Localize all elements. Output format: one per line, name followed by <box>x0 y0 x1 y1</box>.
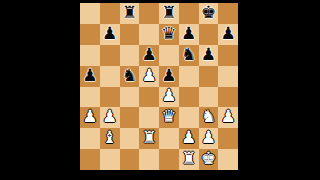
black-pawn-g6: ♟ <box>201 46 216 63</box>
square-f4[interactable] <box>179 87 199 108</box>
square-e7[interactable]: ♛ <box>159 24 179 45</box>
square-c3[interactable] <box>120 107 140 128</box>
square-c2[interactable] <box>120 128 140 149</box>
square-b5[interactable] <box>100 66 120 87</box>
square-a2[interactable] <box>80 128 100 149</box>
white-pawn-e4: ♟ <box>161 87 176 104</box>
square-a1[interactable] <box>80 149 100 170</box>
white-knight-g3: ♞ <box>201 108 216 125</box>
white-rook-f1: ♜ <box>181 150 196 167</box>
black-pawn-f7: ♟ <box>181 25 196 42</box>
square-a7[interactable] <box>80 24 100 45</box>
square-g1[interactable]: ♚ <box>199 149 219 170</box>
black-rook-e8: ♜ <box>161 4 176 21</box>
square-h5[interactable] <box>218 66 238 87</box>
square-f3[interactable] <box>179 107 199 128</box>
square-g4[interactable] <box>199 87 219 108</box>
square-e4[interactable]: ♟ <box>159 87 179 108</box>
black-pawn-b7: ♟ <box>102 25 117 42</box>
white-rook-d2: ♜ <box>142 129 157 146</box>
square-h1[interactable] <box>218 149 238 170</box>
square-g3[interactable]: ♞ <box>199 107 219 128</box>
square-c7[interactable] <box>120 24 140 45</box>
square-d5[interactable]: ♟ <box>139 66 159 87</box>
black-knight-c5: ♞ <box>122 67 137 84</box>
square-f7[interactable]: ♟ <box>179 24 199 45</box>
square-d3[interactable] <box>139 107 159 128</box>
white-pawn-g2: ♟ <box>201 129 216 146</box>
white-bishop-b2: ♝ <box>102 129 117 146</box>
black-pawn-a5: ♟ <box>82 67 97 84</box>
square-c5[interactable]: ♞ <box>120 66 140 87</box>
square-h8[interactable] <box>218 3 238 24</box>
black-rook-c8: ♜ <box>122 4 137 21</box>
square-c1[interactable] <box>120 149 140 170</box>
square-a6[interactable] <box>80 45 100 66</box>
square-e2[interactable] <box>159 128 179 149</box>
square-f8[interactable] <box>179 3 199 24</box>
white-pawn-b3: ♟ <box>102 108 117 125</box>
square-d2[interactable]: ♜ <box>139 128 159 149</box>
square-h6[interactable] <box>218 45 238 66</box>
square-f1[interactable]: ♜ <box>179 149 199 170</box>
square-e5[interactable]: ♟ <box>159 66 179 87</box>
square-a5[interactable]: ♟ <box>80 66 100 87</box>
square-b1[interactable] <box>100 149 120 170</box>
square-f5[interactable] <box>179 66 199 87</box>
black-queen-e7: ♛ <box>161 25 176 42</box>
letterbox-left <box>0 0 80 180</box>
black-pawn-d6: ♟ <box>142 46 157 63</box>
square-d1[interactable] <box>139 149 159 170</box>
square-d7[interactable] <box>139 24 159 45</box>
square-d4[interactable] <box>139 87 159 108</box>
square-b6[interactable] <box>100 45 120 66</box>
square-b8[interactable] <box>100 3 120 24</box>
square-a4[interactable] <box>80 87 100 108</box>
square-h3[interactable]: ♟ <box>218 107 238 128</box>
square-b4[interactable] <box>100 87 120 108</box>
square-g6[interactable]: ♟ <box>199 45 219 66</box>
square-e3[interactable]: ♛ <box>159 107 179 128</box>
black-king-g8: ♚ <box>201 4 216 21</box>
square-g2[interactable]: ♟ <box>199 128 219 149</box>
square-e1[interactable] <box>159 149 179 170</box>
square-g7[interactable] <box>199 24 219 45</box>
square-c8[interactable]: ♜ <box>120 3 140 24</box>
square-g8[interactable]: ♚ <box>199 3 219 24</box>
video-frame: ♜♜♚♟♛♟♟♟♞♟♟♞♟♟♟♟♟♛♞♟♝♜♟♟♜♚ <box>0 0 320 180</box>
square-a8[interactable] <box>80 3 100 24</box>
square-a3[interactable]: ♟ <box>80 107 100 128</box>
square-d6[interactable]: ♟ <box>139 45 159 66</box>
square-f6[interactable]: ♞ <box>179 45 199 66</box>
square-e8[interactable]: ♜ <box>159 3 179 24</box>
square-b3[interactable]: ♟ <box>100 107 120 128</box>
black-knight-f6: ♞ <box>181 46 196 63</box>
square-b7[interactable]: ♟ <box>100 24 120 45</box>
square-g5[interactable] <box>199 66 219 87</box>
square-c4[interactable] <box>120 87 140 108</box>
square-f2[interactable]: ♟ <box>179 128 199 149</box>
square-h2[interactable] <box>218 128 238 149</box>
white-pawn-a3: ♟ <box>82 108 97 125</box>
letterbox-right <box>238 0 320 180</box>
square-b2[interactable]: ♝ <box>100 128 120 149</box>
black-pawn-h7: ♟ <box>221 25 236 42</box>
square-e6[interactable] <box>159 45 179 66</box>
white-pawn-h3: ♟ <box>221 108 236 125</box>
square-h4[interactable] <box>218 87 238 108</box>
white-pawn-f2: ♟ <box>181 129 196 146</box>
square-c6[interactable] <box>120 45 140 66</box>
square-d8[interactable] <box>139 3 159 24</box>
square-h7[interactable]: ♟ <box>218 24 238 45</box>
white-king-g1: ♚ <box>201 150 216 167</box>
white-queen-e3: ♛ <box>161 108 176 125</box>
chess-board: ♜♜♚♟♛♟♟♟♞♟♟♞♟♟♟♟♟♛♞♟♝♜♟♟♜♚ <box>80 3 238 170</box>
white-pawn-d5: ♟ <box>142 67 157 84</box>
black-pawn-e5: ♟ <box>161 67 176 84</box>
